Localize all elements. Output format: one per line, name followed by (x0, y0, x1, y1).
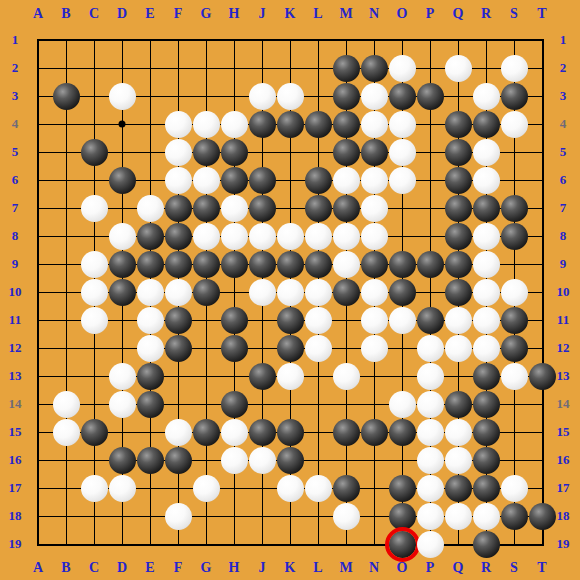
point-T8[interactable] (528, 222, 556, 250)
point-E1[interactable] (136, 26, 164, 54)
point-P14[interactable] (416, 390, 444, 418)
point-K17[interactable] (276, 474, 304, 502)
point-S12[interactable] (500, 334, 528, 362)
point-N2[interactable] (360, 54, 388, 82)
point-Q13[interactable] (444, 362, 472, 390)
point-R17[interactable] (472, 474, 500, 502)
point-H15[interactable] (220, 418, 248, 446)
point-B2[interactable] (52, 54, 80, 82)
point-A10[interactable] (24, 278, 52, 306)
point-J4[interactable] (248, 110, 276, 138)
point-R12[interactable] (472, 334, 500, 362)
point-Q5[interactable] (444, 138, 472, 166)
point-N16[interactable] (360, 446, 388, 474)
point-M15[interactable] (332, 418, 360, 446)
point-O18[interactable] (388, 502, 416, 530)
point-B1[interactable] (52, 26, 80, 54)
point-Q12[interactable] (444, 334, 472, 362)
point-A9[interactable] (24, 250, 52, 278)
point-E7[interactable] (136, 194, 164, 222)
point-J9[interactable] (248, 250, 276, 278)
point-S6[interactable] (500, 166, 528, 194)
point-N18[interactable] (360, 502, 388, 530)
point-J7[interactable] (248, 194, 276, 222)
point-H14[interactable] (220, 390, 248, 418)
point-H1[interactable] (220, 26, 248, 54)
point-P15[interactable] (416, 418, 444, 446)
point-G13[interactable] (192, 362, 220, 390)
point-M16[interactable] (332, 446, 360, 474)
point-T3[interactable] (528, 82, 556, 110)
point-T13[interactable] (528, 362, 556, 390)
point-F18[interactable] (164, 502, 192, 530)
point-T15[interactable] (528, 418, 556, 446)
point-D5[interactable] (108, 138, 136, 166)
point-P18[interactable] (416, 502, 444, 530)
point-C10[interactable] (80, 278, 108, 306)
point-H5[interactable] (220, 138, 248, 166)
point-S7[interactable] (500, 194, 528, 222)
point-B9[interactable] (52, 250, 80, 278)
point-O8[interactable] (388, 222, 416, 250)
point-F9[interactable] (164, 250, 192, 278)
point-K6[interactable] (276, 166, 304, 194)
point-C7[interactable] (80, 194, 108, 222)
point-L18[interactable] (304, 502, 332, 530)
point-D6[interactable] (108, 166, 136, 194)
point-G7[interactable] (192, 194, 220, 222)
point-S4[interactable] (500, 110, 528, 138)
point-L2[interactable] (304, 54, 332, 82)
point-H17[interactable] (220, 474, 248, 502)
point-A6[interactable] (24, 166, 52, 194)
point-K10[interactable] (276, 278, 304, 306)
point-F16[interactable] (164, 446, 192, 474)
point-M2[interactable] (332, 54, 360, 82)
point-M9[interactable] (332, 250, 360, 278)
point-P13[interactable] (416, 362, 444, 390)
point-B5[interactable] (52, 138, 80, 166)
point-F14[interactable] (164, 390, 192, 418)
point-N3[interactable] (360, 82, 388, 110)
point-Q4[interactable] (444, 110, 472, 138)
point-K11[interactable] (276, 306, 304, 334)
point-D16[interactable] (108, 446, 136, 474)
point-E12[interactable] (136, 334, 164, 362)
point-F10[interactable] (164, 278, 192, 306)
point-D11[interactable] (108, 306, 136, 334)
point-B7[interactable] (52, 194, 80, 222)
point-N1[interactable] (360, 26, 388, 54)
point-B10[interactable] (52, 278, 80, 306)
point-G9[interactable] (192, 250, 220, 278)
point-K3[interactable] (276, 82, 304, 110)
point-M5[interactable] (332, 138, 360, 166)
point-C17[interactable] (80, 474, 108, 502)
point-A17[interactable] (24, 474, 52, 502)
point-D8[interactable] (108, 222, 136, 250)
point-A19[interactable] (24, 530, 52, 558)
point-H11[interactable] (220, 306, 248, 334)
point-K18[interactable] (276, 502, 304, 530)
point-E17[interactable] (136, 474, 164, 502)
point-A12[interactable] (24, 334, 52, 362)
point-C5[interactable] (80, 138, 108, 166)
point-L17[interactable] (304, 474, 332, 502)
point-O6[interactable] (388, 166, 416, 194)
point-E5[interactable] (136, 138, 164, 166)
point-H3[interactable] (220, 82, 248, 110)
point-J15[interactable] (248, 418, 276, 446)
point-A14[interactable] (24, 390, 52, 418)
point-S11[interactable] (500, 306, 528, 334)
point-P1[interactable] (416, 26, 444, 54)
point-K1[interactable] (276, 26, 304, 54)
point-E9[interactable] (136, 250, 164, 278)
point-S14[interactable] (500, 390, 528, 418)
point-T2[interactable] (528, 54, 556, 82)
point-S17[interactable] (500, 474, 528, 502)
point-B8[interactable] (52, 222, 80, 250)
point-R4[interactable] (472, 110, 500, 138)
point-G11[interactable] (192, 306, 220, 334)
point-N17[interactable] (360, 474, 388, 502)
point-C19[interactable] (80, 530, 108, 558)
point-A2[interactable] (24, 54, 52, 82)
point-L3[interactable] (304, 82, 332, 110)
point-B12[interactable] (52, 334, 80, 362)
point-Q18[interactable] (444, 502, 472, 530)
point-H8[interactable] (220, 222, 248, 250)
point-S9[interactable] (500, 250, 528, 278)
point-T6[interactable] (528, 166, 556, 194)
point-C18[interactable] (80, 502, 108, 530)
point-L11[interactable] (304, 306, 332, 334)
point-M7[interactable] (332, 194, 360, 222)
point-M4[interactable] (332, 110, 360, 138)
point-S19[interactable] (500, 530, 528, 558)
point-H9[interactable] (220, 250, 248, 278)
point-N19[interactable] (360, 530, 388, 558)
point-E19[interactable] (136, 530, 164, 558)
point-P19[interactable] (416, 530, 444, 558)
point-R16[interactable] (472, 446, 500, 474)
point-S16[interactable] (500, 446, 528, 474)
point-M12[interactable] (332, 334, 360, 362)
point-L7[interactable] (304, 194, 332, 222)
point-L4[interactable] (304, 110, 332, 138)
point-E11[interactable] (136, 306, 164, 334)
point-E2[interactable] (136, 54, 164, 82)
point-H12[interactable] (220, 334, 248, 362)
point-Q16[interactable] (444, 446, 472, 474)
point-M11[interactable] (332, 306, 360, 334)
point-A11[interactable] (24, 306, 52, 334)
point-R1[interactable] (472, 26, 500, 54)
point-T18[interactable] (528, 502, 556, 530)
point-R3[interactable] (472, 82, 500, 110)
point-D19[interactable] (108, 530, 136, 558)
point-H16[interactable] (220, 446, 248, 474)
point-T17[interactable] (528, 474, 556, 502)
point-L1[interactable] (304, 26, 332, 54)
point-G15[interactable] (192, 418, 220, 446)
point-C9[interactable] (80, 250, 108, 278)
point-P9[interactable] (416, 250, 444, 278)
point-R6[interactable] (472, 166, 500, 194)
point-N5[interactable] (360, 138, 388, 166)
point-G2[interactable] (192, 54, 220, 82)
point-L15[interactable] (304, 418, 332, 446)
point-R11[interactable] (472, 306, 500, 334)
point-N10[interactable] (360, 278, 388, 306)
point-P8[interactable] (416, 222, 444, 250)
point-C13[interactable] (80, 362, 108, 390)
point-L10[interactable] (304, 278, 332, 306)
point-T12[interactable] (528, 334, 556, 362)
point-F13[interactable] (164, 362, 192, 390)
point-A13[interactable] (24, 362, 52, 390)
point-P2[interactable] (416, 54, 444, 82)
point-Q15[interactable] (444, 418, 472, 446)
point-H7[interactable] (220, 194, 248, 222)
point-R15[interactable] (472, 418, 500, 446)
point-H10[interactable] (220, 278, 248, 306)
point-C2[interactable] (80, 54, 108, 82)
point-J2[interactable] (248, 54, 276, 82)
point-G3[interactable] (192, 82, 220, 110)
point-J16[interactable] (248, 446, 276, 474)
point-P12[interactable] (416, 334, 444, 362)
point-D17[interactable] (108, 474, 136, 502)
point-C8[interactable] (80, 222, 108, 250)
point-M17[interactable] (332, 474, 360, 502)
point-F6[interactable] (164, 166, 192, 194)
point-B19[interactable] (52, 530, 80, 558)
point-K19[interactable] (276, 530, 304, 558)
point-A3[interactable] (24, 82, 52, 110)
point-S13[interactable] (500, 362, 528, 390)
point-O12[interactable] (388, 334, 416, 362)
point-G1[interactable] (192, 26, 220, 54)
point-Q8[interactable] (444, 222, 472, 250)
point-M8[interactable] (332, 222, 360, 250)
point-D3[interactable] (108, 82, 136, 110)
point-J12[interactable] (248, 334, 276, 362)
point-B15[interactable] (52, 418, 80, 446)
point-L16[interactable] (304, 446, 332, 474)
point-L19[interactable] (304, 530, 332, 558)
point-J17[interactable] (248, 474, 276, 502)
point-B11[interactable] (52, 306, 80, 334)
point-M14[interactable] (332, 390, 360, 418)
point-T14[interactable] (528, 390, 556, 418)
point-L9[interactable] (304, 250, 332, 278)
point-F1[interactable] (164, 26, 192, 54)
point-Q19[interactable] (444, 530, 472, 558)
point-H13[interactable] (220, 362, 248, 390)
point-Q2[interactable] (444, 54, 472, 82)
point-E18[interactable] (136, 502, 164, 530)
point-C12[interactable] (80, 334, 108, 362)
point-J5[interactable] (248, 138, 276, 166)
point-A8[interactable] (24, 222, 52, 250)
point-D2[interactable] (108, 54, 136, 82)
point-H6[interactable] (220, 166, 248, 194)
point-R2[interactable] (472, 54, 500, 82)
point-D13[interactable] (108, 362, 136, 390)
point-S15[interactable] (500, 418, 528, 446)
point-E4[interactable] (136, 110, 164, 138)
point-N7[interactable] (360, 194, 388, 222)
point-C3[interactable] (80, 82, 108, 110)
point-J14[interactable] (248, 390, 276, 418)
point-E13[interactable] (136, 362, 164, 390)
point-S5[interactable] (500, 138, 528, 166)
point-Q11[interactable] (444, 306, 472, 334)
point-J3[interactable] (248, 82, 276, 110)
point-K4[interactable] (276, 110, 304, 138)
point-E8[interactable] (136, 222, 164, 250)
point-N12[interactable] (360, 334, 388, 362)
point-D15[interactable] (108, 418, 136, 446)
point-T5[interactable] (528, 138, 556, 166)
point-E15[interactable] (136, 418, 164, 446)
point-P16[interactable] (416, 446, 444, 474)
point-C14[interactable] (80, 390, 108, 418)
point-G16[interactable] (192, 446, 220, 474)
point-O7[interactable] (388, 194, 416, 222)
point-B17[interactable] (52, 474, 80, 502)
point-P4[interactable] (416, 110, 444, 138)
point-T4[interactable] (528, 110, 556, 138)
point-T10[interactable] (528, 278, 556, 306)
point-M6[interactable] (332, 166, 360, 194)
point-E6[interactable] (136, 166, 164, 194)
point-H19[interactable] (220, 530, 248, 558)
point-O15[interactable] (388, 418, 416, 446)
point-O11[interactable] (388, 306, 416, 334)
point-T16[interactable] (528, 446, 556, 474)
point-O19[interactable] (388, 530, 416, 558)
point-O5[interactable] (388, 138, 416, 166)
point-P17[interactable] (416, 474, 444, 502)
point-D18[interactable] (108, 502, 136, 530)
point-R14[interactable] (472, 390, 500, 418)
point-K5[interactable] (276, 138, 304, 166)
point-B4[interactable] (52, 110, 80, 138)
point-C4[interactable] (80, 110, 108, 138)
point-L14[interactable] (304, 390, 332, 418)
point-F8[interactable] (164, 222, 192, 250)
point-G4[interactable] (192, 110, 220, 138)
point-A4[interactable] (24, 110, 52, 138)
point-Q17[interactable] (444, 474, 472, 502)
point-A5[interactable] (24, 138, 52, 166)
point-J19[interactable] (248, 530, 276, 558)
point-D7[interactable] (108, 194, 136, 222)
point-O10[interactable] (388, 278, 416, 306)
point-S18[interactable] (500, 502, 528, 530)
point-D14[interactable] (108, 390, 136, 418)
point-P11[interactable] (416, 306, 444, 334)
point-R13[interactable] (472, 362, 500, 390)
point-S3[interactable] (500, 82, 528, 110)
point-O3[interactable] (388, 82, 416, 110)
point-O14[interactable] (388, 390, 416, 418)
point-B13[interactable] (52, 362, 80, 390)
point-L6[interactable] (304, 166, 332, 194)
point-L13[interactable] (304, 362, 332, 390)
point-K15[interactable] (276, 418, 304, 446)
point-O13[interactable] (388, 362, 416, 390)
point-C11[interactable] (80, 306, 108, 334)
point-E3[interactable] (136, 82, 164, 110)
point-E16[interactable] (136, 446, 164, 474)
point-P6[interactable] (416, 166, 444, 194)
point-Q6[interactable] (444, 166, 472, 194)
point-B6[interactable] (52, 166, 80, 194)
point-R9[interactable] (472, 250, 500, 278)
point-N13[interactable] (360, 362, 388, 390)
point-G12[interactable] (192, 334, 220, 362)
point-F5[interactable] (164, 138, 192, 166)
point-A16[interactable] (24, 446, 52, 474)
point-Q1[interactable] (444, 26, 472, 54)
point-J1[interactable] (248, 26, 276, 54)
point-E14[interactable] (136, 390, 164, 418)
point-F15[interactable] (164, 418, 192, 446)
point-H4[interactable] (220, 110, 248, 138)
point-L5[interactable] (304, 138, 332, 166)
point-J10[interactable] (248, 278, 276, 306)
point-N4[interactable] (360, 110, 388, 138)
point-C1[interactable] (80, 26, 108, 54)
point-F3[interactable] (164, 82, 192, 110)
point-F4[interactable] (164, 110, 192, 138)
point-O2[interactable] (388, 54, 416, 82)
point-R10[interactable] (472, 278, 500, 306)
point-G14[interactable] (192, 390, 220, 418)
point-F7[interactable] (164, 194, 192, 222)
point-D4[interactable] (108, 110, 136, 138)
point-S2[interactable] (500, 54, 528, 82)
point-A18[interactable] (24, 502, 52, 530)
point-O1[interactable] (388, 26, 416, 54)
point-O4[interactable] (388, 110, 416, 138)
point-R19[interactable] (472, 530, 500, 558)
point-F12[interactable] (164, 334, 192, 362)
point-M13[interactable] (332, 362, 360, 390)
point-T1[interactable] (528, 26, 556, 54)
point-T9[interactable] (528, 250, 556, 278)
point-G6[interactable] (192, 166, 220, 194)
point-F2[interactable] (164, 54, 192, 82)
point-R5[interactable] (472, 138, 500, 166)
point-C15[interactable] (80, 418, 108, 446)
point-H2[interactable] (220, 54, 248, 82)
point-A1[interactable] (24, 26, 52, 54)
point-N11[interactable] (360, 306, 388, 334)
point-G10[interactable] (192, 278, 220, 306)
point-S10[interactable] (500, 278, 528, 306)
point-G5[interactable] (192, 138, 220, 166)
point-J8[interactable] (248, 222, 276, 250)
point-Q9[interactable] (444, 250, 472, 278)
point-O17[interactable] (388, 474, 416, 502)
point-D9[interactable] (108, 250, 136, 278)
point-R18[interactable] (472, 502, 500, 530)
